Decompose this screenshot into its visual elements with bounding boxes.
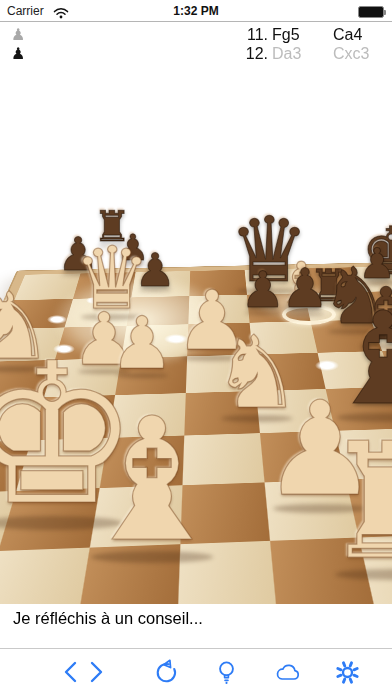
hint-button[interactable] <box>204 649 248 695</box>
lightbulb-icon <box>214 659 239 686</box>
board-stage: ♞♚♛♟♟♝♟♞♟♜♝♜♟♟♟♛♟♟♞♜♟♚♝♝♞ <box>0 21 392 604</box>
battery-icon <box>358 6 384 18</box>
chevron-right-icon <box>88 660 105 684</box>
gear-icon <box>334 659 361 686</box>
cloud-icon <box>275 663 303 682</box>
white-move[interactable]: Da3 <box>272 44 328 63</box>
undo-button[interactable] <box>144 649 188 695</box>
move-row: ♟ 12. Da3 Cxc3 <box>0 44 392 63</box>
piece-white-bishop-f1[interactable]: ♝ <box>67 395 237 565</box>
bottom-toolbar <box>0 648 392 696</box>
clock: 1:32 PM <box>0 4 392 18</box>
settings-button[interactable] <box>325 649 369 695</box>
black-move[interactable]: Ca4 <box>333 25 391 44</box>
status-message: Je réfléchis à un conseil... <box>13 609 383 628</box>
white-player-pawn-icon: ♟ <box>11 25 25 44</box>
app-screen: ♞♚♛♟♟♝♟♞♟♜♝♜♟♟♟♛♟♟♞♜♟♚♝♝♞ Carrier 1:32 P… <box>0 0 392 696</box>
undo-rotate-icon <box>153 659 179 685</box>
move-list: ♟ 11. Fg5 Ca4 ♟ 12. Da3 Cxc3 <box>0 21 392 65</box>
next-move-button[interactable] <box>74 649 118 695</box>
move-number: 12. <box>225 44 268 63</box>
move-number: 11. <box>225 25 268 44</box>
white-move[interactable]: Fg5 <box>272 25 328 44</box>
move-row: ♟ 11. Fg5 Ca4 <box>0 25 392 44</box>
status-bar: Carrier 1:32 PM <box>0 0 392 22</box>
black-player-pawn-icon: ♟ <box>11 44 25 63</box>
cloud-button[interactable] <box>267 649 311 695</box>
black-move[interactable]: Cxc3 <box>333 44 391 63</box>
piece-white-rook-h1[interactable]: ♜ <box>313 422 392 582</box>
